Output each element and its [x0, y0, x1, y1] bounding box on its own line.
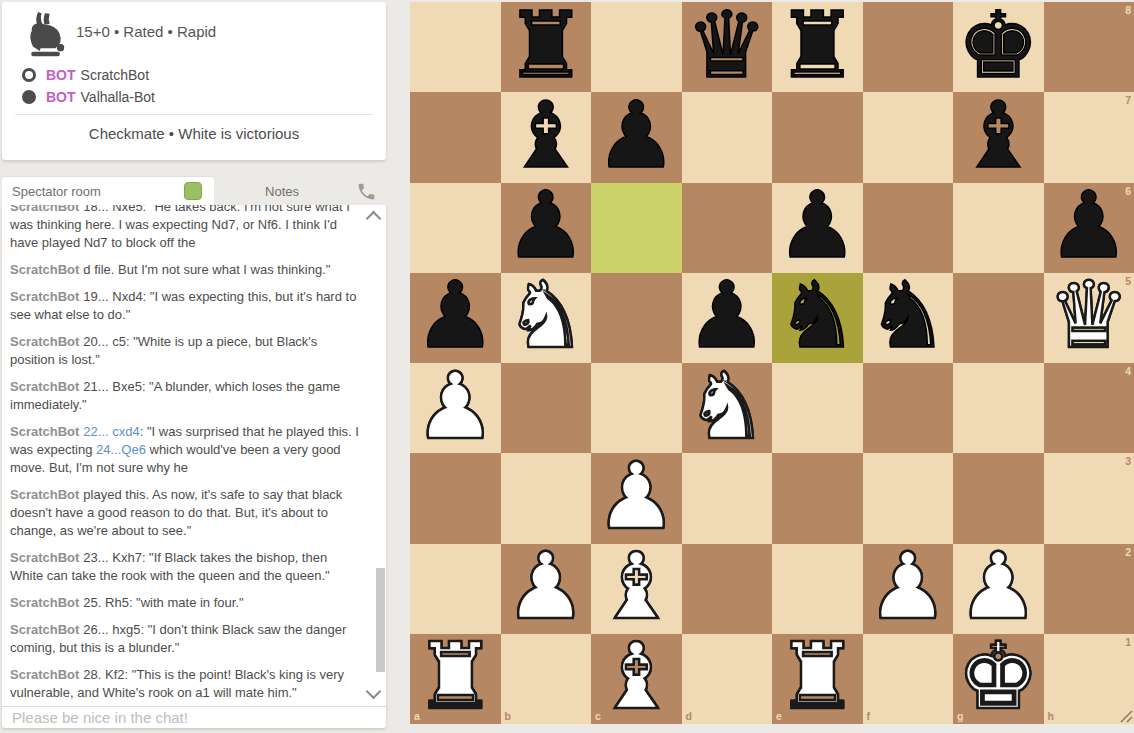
white-player-row[interactable]: BOT ScratchBot	[22, 64, 155, 86]
square-a1[interactable]: ♜a	[410, 634, 501, 724]
square-e5[interactable]: ♞	[772, 273, 863, 363]
divider	[15, 114, 373, 115]
square-g4[interactable]	[953, 363, 1044, 453]
chat-username: ScratchBot	[10, 262, 79, 277]
chat-toggle[interactable]	[184, 182, 202, 200]
white-pawn-piece: ♟	[957, 542, 1039, 632]
square-a6[interactable]	[410, 183, 501, 273]
white-bishop-piece: ♝	[595, 632, 677, 722]
players-list: BOT ScratchBot BOT Valhalla-Bot	[22, 64, 155, 108]
chat-message: ScratchBot28. Kf2: "This is the point! B…	[10, 666, 362, 702]
scrollbar-thumb[interactable]	[376, 568, 385, 672]
square-a4[interactable]: ♟	[410, 363, 501, 453]
chat-username: ScratchBot	[10, 550, 79, 565]
game-meta-card: 15+0 • Rated • Rapid BOT ScratchBot BOT …	[2, 2, 386, 160]
rank-label-3: 3	[1125, 456, 1131, 467]
square-g8[interactable]: ♚	[953, 2, 1044, 92]
white-color-disc-icon	[22, 68, 36, 82]
square-g1[interactable]: ♚g	[953, 634, 1044, 724]
rank-label-1: 1	[1125, 637, 1131, 648]
square-a5[interactable]: ♟	[410, 273, 501, 363]
black-pawn-piece: ♟	[505, 181, 587, 271]
rabbit-icon	[24, 12, 66, 58]
rank-label-6: 6	[1125, 186, 1131, 197]
chat-tab-bar: Spectator room Notes	[2, 177, 386, 205]
file-label-g: g	[957, 711, 963, 722]
board-resize-handle-icon[interactable]	[1120, 710, 1133, 723]
square-h8[interactable]: 8	[1044, 2, 1134, 92]
game-result: Checkmate • White is victorious	[2, 125, 386, 142]
black-pawn-piece: ♟	[776, 181, 858, 271]
square-f8[interactable]	[863, 2, 954, 92]
square-e7[interactable]	[772, 92, 863, 182]
chat-message: ScratchBot23... Kxh7: "If Black takes th…	[10, 549, 362, 585]
tab-notes-label: Notes	[265, 184, 299, 199]
square-e4[interactable]	[772, 363, 863, 453]
chat-input-wrap	[2, 706, 386, 728]
white-pawn-piece: ♟	[595, 452, 677, 542]
square-d5[interactable]: ♟	[682, 273, 773, 363]
square-c5[interactable]	[591, 273, 682, 363]
rank-label-2: 2	[1125, 547, 1131, 558]
square-f4[interactable]	[863, 363, 954, 453]
white-pawn-piece: ♟	[414, 362, 496, 452]
square-c3[interactable]: ♟	[591, 453, 682, 543]
square-d8[interactable]: ♛	[682, 2, 773, 92]
tab-spectator-room-label: Spectator room	[12, 184, 101, 199]
file-label-b: b	[505, 711, 511, 722]
black-knight-piece: ♞	[867, 271, 949, 361]
chat-message: ScratchBot21... Bxe5: "A blunder, which …	[10, 378, 362, 414]
square-b8[interactable]: ♜	[501, 2, 592, 92]
white-rook-piece: ♜	[414, 632, 496, 722]
chat-message: ScratchBot19... Nxd4: "I was expecting t…	[10, 288, 362, 324]
white-pawn-piece: ♟	[505, 542, 587, 632]
tab-spectator-room[interactable]: Spectator room	[2, 177, 214, 205]
square-h5[interactable]: ♛5	[1044, 273, 1134, 363]
square-g2[interactable]: ♟	[953, 544, 1044, 634]
square-c4[interactable]	[591, 363, 682, 453]
square-c7[interactable]: ♟	[591, 92, 682, 182]
square-d4[interactable]: ♞	[682, 363, 773, 453]
square-e3[interactable]	[772, 453, 863, 543]
square-a2[interactable]	[410, 544, 501, 634]
square-a3[interactable]	[410, 453, 501, 543]
square-f1[interactable]: f	[863, 634, 954, 724]
file-label-d: d	[686, 711, 692, 722]
white-player-title: BOT	[46, 67, 76, 83]
white-queen-piece: ♛	[1048, 271, 1130, 361]
square-h6[interactable]: ♟6	[1044, 183, 1134, 273]
chat-text: 25. Rh5: "with mate in four."	[83, 595, 243, 610]
file-label-c: c	[595, 711, 601, 722]
white-knight-piece: ♞	[686, 362, 768, 452]
black-player-row[interactable]: BOT Valhalla-Bot	[22, 86, 155, 108]
page: 15+0 • Rated • Rapid BOT ScratchBot BOT …	[0, 0, 1134, 733]
square-e6[interactable]: ♟	[772, 183, 863, 273]
black-pawn-piece: ♟	[595, 91, 677, 181]
chat-message: ScratchBot20... c5: "White is up a piece…	[10, 333, 362, 369]
time-control: 15+0 • Rated • Rapid	[76, 23, 216, 40]
square-b7[interactable]: ♝	[501, 92, 592, 182]
square-d2[interactable]	[682, 544, 773, 634]
square-h4[interactable]: 4	[1044, 363, 1134, 453]
square-f2[interactable]: ♟	[863, 544, 954, 634]
chat-message: ScratchBot26... hxg5: "I don't think Bla…	[10, 621, 362, 657]
square-h3[interactable]: 3	[1044, 453, 1134, 543]
white-bishop-piece: ♝	[595, 542, 677, 632]
chat-username: ScratchBot	[10, 622, 79, 637]
square-c2[interactable]: ♝	[591, 544, 682, 634]
square-f7[interactable]	[863, 92, 954, 182]
chat-username: ScratchBot	[10, 379, 79, 394]
move-link[interactable]: 24...Qe6	[96, 442, 146, 457]
square-f3[interactable]	[863, 453, 954, 543]
black-pawn-piece: ♟	[1048, 181, 1130, 271]
chat-username: ScratchBot	[10, 667, 79, 682]
chat-message: ScratchBot18... Nxe5: "He takes back. I'…	[10, 205, 362, 252]
square-g5[interactable]	[953, 273, 1044, 363]
square-b5[interactable]: ♞	[501, 273, 592, 363]
white-rook-piece: ♜	[776, 632, 858, 722]
square-g3[interactable]	[953, 453, 1044, 543]
tab-notes[interactable]: Notes	[214, 177, 350, 205]
chess-board: ♜♛♜♚8♝♟♝7♟♟♟6♟♞♟♞♞♛5♟♞4♟3♟♝♟♟2♜ab♝cd♜ef♚…	[410, 2, 1134, 724]
white-player-name: ScratchBot	[81, 67, 149, 83]
square-b1[interactable]: b	[501, 634, 592, 724]
chat-username: ScratchBot	[10, 487, 79, 502]
square-f5[interactable]: ♞	[863, 273, 954, 363]
rank-label-7: 7	[1125, 95, 1131, 106]
move-link[interactable]: 22... cxd4	[83, 424, 139, 439]
chat-username: ScratchBot	[10, 334, 79, 349]
square-d1[interactable]: d	[682, 634, 773, 724]
black-rook-piece: ♜	[505, 1, 587, 91]
square-d7[interactable]	[682, 92, 773, 182]
chat-text: d file. But I'm not sure what I was thin…	[83, 262, 330, 277]
rank-label-5: 5	[1125, 276, 1131, 287]
black-king-piece: ♚	[957, 1, 1039, 91]
square-b6[interactable]: ♟	[501, 183, 592, 273]
black-rook-piece: ♜	[776, 1, 858, 91]
square-h7[interactable]: 7	[1044, 92, 1134, 182]
black-player-title: BOT	[46, 89, 76, 105]
black-color-disc-icon	[22, 90, 36, 104]
white-knight-piece: ♞	[505, 271, 587, 361]
square-c8[interactable]	[591, 2, 682, 92]
square-c6[interactable]	[591, 183, 682, 273]
black-pawn-piece: ♟	[414, 271, 496, 361]
chat-message: ScratchBotd file. But I'm not sure what …	[10, 261, 362, 279]
square-c1[interactable]: ♝c	[591, 634, 682, 724]
black-pawn-piece: ♟	[686, 271, 768, 361]
phone-icon[interactable]	[356, 181, 377, 202]
square-h1[interactable]: h1	[1044, 634, 1134, 724]
file-label-e: e	[776, 711, 782, 722]
file-label-a: a	[414, 711, 420, 722]
square-g7[interactable]: ♝	[953, 92, 1044, 182]
chat-input[interactable]	[2, 707, 386, 728]
file-label-f: f	[867, 711, 871, 722]
white-pawn-piece: ♟	[867, 542, 949, 632]
black-knight-piece: ♞	[776, 271, 858, 361]
square-a7[interactable]	[410, 92, 501, 182]
chat-username: ScratchBot	[10, 205, 79, 214]
chat-message: ScratchBot25. Rh5: "with mate in four."	[10, 594, 362, 612]
square-b2[interactable]: ♟	[501, 544, 592, 634]
square-a8[interactable]	[410, 2, 501, 92]
chat-body: ScratchBotto continue the attack with 22…	[2, 205, 386, 707]
square-g6[interactable]	[953, 183, 1044, 273]
rank-label-8: 8	[1125, 5, 1131, 16]
chat-card: Spectator room Notes ScratchBotto contin…	[2, 177, 386, 728]
chat-username: ScratchBot	[10, 289, 79, 304]
chat-username: ScratchBot	[10, 595, 79, 610]
square-d6[interactable]	[682, 183, 773, 273]
square-d3[interactable]	[682, 453, 773, 543]
white-king-piece: ♚	[957, 632, 1039, 722]
square-f6[interactable]	[863, 183, 954, 273]
black-player-name: Valhalla-Bot	[81, 89, 155, 105]
chat-message: ScratchBot22... cxd4: "I was surprised t…	[10, 423, 362, 477]
black-bishop-piece: ♝	[957, 91, 1039, 181]
square-e8[interactable]: ♜	[772, 2, 863, 92]
square-e1[interactable]: ♜e	[772, 634, 863, 724]
square-b3[interactable]	[501, 453, 592, 543]
chat-messages: ScratchBotto continue the attack with 22…	[2, 205, 386, 707]
square-e2[interactable]	[772, 544, 863, 634]
square-h2[interactable]: 2	[1044, 544, 1134, 634]
black-bishop-piece: ♝	[505, 91, 587, 181]
file-label-h: h	[1048, 711, 1054, 722]
rank-label-4: 4	[1125, 366, 1131, 377]
chat-username: ScratchBot	[10, 424, 79, 439]
square-b4[interactable]	[501, 363, 592, 453]
chat-message: ScratchBotplayed this. As now, it's safe…	[10, 486, 362, 540]
black-queen-piece: ♛	[686, 1, 768, 91]
